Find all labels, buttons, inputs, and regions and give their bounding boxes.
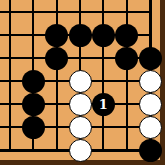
grid-line-horizontal xyxy=(0,11,152,13)
grid-line-vertical xyxy=(126,0,128,152)
black-stone[interactable] xyxy=(139,47,162,70)
white-stone[interactable] xyxy=(69,93,92,116)
black-stone[interactable] xyxy=(115,47,138,70)
black-stone-move-1[interactable]: 1 xyxy=(92,93,115,116)
black-stone[interactable] xyxy=(115,24,138,47)
go-board[interactable]: 1 xyxy=(0,0,165,165)
white-stone[interactable] xyxy=(69,116,92,139)
grid-line-vertical xyxy=(9,0,11,152)
black-stone[interactable] xyxy=(45,24,68,47)
black-stone[interactable] xyxy=(139,139,162,162)
white-stone[interactable] xyxy=(139,116,162,139)
white-stone[interactable] xyxy=(139,70,162,93)
black-stone[interactable] xyxy=(92,24,115,47)
move-number-label: 1 xyxy=(99,98,108,111)
grid-line-vertical xyxy=(56,0,58,152)
black-stone[interactable] xyxy=(22,116,45,139)
black-stone[interactable] xyxy=(69,24,92,47)
grid-line-vertical xyxy=(102,0,104,152)
black-stone[interactable] xyxy=(45,47,68,70)
black-stone[interactable] xyxy=(22,70,45,93)
black-stone[interactable] xyxy=(22,93,45,116)
white-stone[interactable] xyxy=(69,139,92,162)
white-stone[interactable] xyxy=(69,70,92,93)
white-stone[interactable] xyxy=(139,93,162,116)
